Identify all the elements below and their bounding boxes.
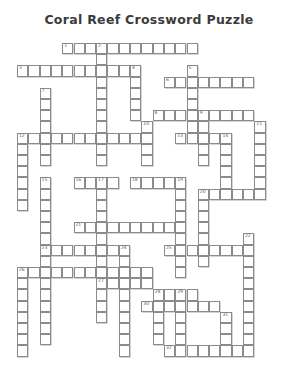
crossword-cell[interactable] bbox=[17, 278, 28, 289]
crossword-cell[interactable] bbox=[40, 144, 51, 155]
clue-number: 26 bbox=[19, 268, 25, 273]
crossword-cell[interactable] bbox=[198, 200, 209, 211]
crossword-cell[interactable] bbox=[62, 245, 73, 256]
crossword-cell[interactable] bbox=[187, 99, 198, 110]
clue-number: 4 bbox=[132, 66, 135, 71]
crossword-cell[interactable] bbox=[164, 301, 175, 312]
crossword-cell[interactable]: 11 bbox=[254, 121, 265, 132]
crossword-cell[interactable] bbox=[243, 189, 254, 200]
crossword-cell[interactable] bbox=[198, 245, 209, 256]
crossword-cell[interactable] bbox=[96, 110, 107, 121]
crossword-cell[interactable] bbox=[17, 166, 28, 177]
crossword-cell[interactable] bbox=[107, 43, 118, 54]
crossword-cell[interactable] bbox=[40, 289, 51, 300]
crossword-cell[interactable] bbox=[119, 222, 130, 233]
crossword-cell[interactable] bbox=[198, 155, 209, 166]
crossword-cell[interactable]: 12 bbox=[17, 133, 28, 144]
clue-number: 14 bbox=[222, 134, 228, 139]
crossword-cell[interactable] bbox=[40, 200, 51, 211]
crossword-cell[interactable] bbox=[198, 301, 209, 312]
crossword-cell[interactable] bbox=[96, 200, 107, 211]
crossword-cell[interactable] bbox=[17, 345, 28, 356]
crossword-cell[interactable] bbox=[119, 334, 130, 345]
crossword-cell[interactable] bbox=[220, 177, 231, 188]
crossword-cell[interactable] bbox=[187, 43, 198, 54]
crossword-cell[interactable] bbox=[153, 177, 164, 188]
crossword-cell[interactable] bbox=[209, 77, 220, 88]
crossword-cell[interactable] bbox=[141, 267, 152, 278]
crossword-cell[interactable] bbox=[220, 110, 231, 121]
crossword-cell[interactable] bbox=[17, 323, 28, 334]
clue-number: 20 bbox=[200, 190, 206, 195]
crossword-cell[interactable] bbox=[17, 289, 28, 300]
crossword-cell[interactable] bbox=[107, 65, 118, 76]
crossword-cell[interactable] bbox=[232, 110, 243, 121]
crossword-cell[interactable]: 15 bbox=[40, 177, 51, 188]
clue-number: 30 bbox=[143, 302, 149, 307]
crossword-cell[interactable] bbox=[141, 222, 152, 233]
crossword-cell[interactable]: 25 bbox=[164, 245, 175, 256]
crossword-cell[interactable]: 26 bbox=[17, 267, 28, 278]
crossword-cell[interactable] bbox=[96, 289, 107, 300]
crossword-cell[interactable]: 7 bbox=[40, 88, 51, 99]
crossword-cell[interactable] bbox=[96, 301, 107, 312]
crossword-cell[interactable] bbox=[119, 345, 130, 356]
crossword-cell[interactable]: 5 bbox=[187, 65, 198, 76]
crossword-cell[interactable] bbox=[96, 189, 107, 200]
crossword-cell[interactable] bbox=[187, 345, 198, 356]
crossword-cell[interactable] bbox=[40, 189, 51, 200]
crossword-cell[interactable] bbox=[209, 133, 220, 144]
crossword-cell[interactable] bbox=[209, 189, 220, 200]
crossword-cell[interactable]: 21 bbox=[74, 222, 85, 233]
crossword-cell[interactable] bbox=[119, 133, 130, 144]
clue-number: 10 bbox=[143, 122, 149, 127]
crossword-cell[interactable] bbox=[254, 133, 265, 144]
crossword-cell[interactable] bbox=[220, 345, 231, 356]
crossword-cell[interactable] bbox=[243, 289, 254, 300]
crossword-cell[interactable] bbox=[62, 267, 73, 278]
crossword-cell[interactable] bbox=[220, 245, 231, 256]
crossword-cell[interactable] bbox=[220, 77, 231, 88]
crossword-cell[interactable]: 32 bbox=[164, 345, 175, 356]
crossword-cell[interactable] bbox=[85, 267, 96, 278]
crossword-cell[interactable] bbox=[243, 245, 254, 256]
crossword-cell[interactable] bbox=[232, 245, 243, 256]
clue-number: 9 bbox=[200, 111, 203, 116]
clue-number: 1 bbox=[64, 44, 67, 49]
crossword-cell[interactable] bbox=[107, 278, 118, 289]
crossword-cell[interactable] bbox=[51, 267, 62, 278]
crossword-cell[interactable] bbox=[96, 256, 107, 267]
crossword-cell[interactable]: 6 bbox=[164, 77, 175, 88]
crossword-cell[interactable] bbox=[187, 121, 198, 132]
crossword-cell[interactable] bbox=[28, 133, 39, 144]
crossword-cell[interactable]: 19 bbox=[175, 177, 186, 188]
crossword-cell[interactable] bbox=[119, 312, 130, 323]
crossword-cell[interactable] bbox=[51, 65, 62, 76]
crossword-cell[interactable] bbox=[17, 189, 28, 200]
crossword-cell[interactable] bbox=[243, 110, 254, 121]
crossword-cell[interactable] bbox=[198, 144, 209, 155]
crossword-cell[interactable] bbox=[62, 65, 73, 76]
crossword-cell[interactable] bbox=[96, 211, 107, 222]
clue-number: 3 bbox=[19, 66, 22, 71]
crossword-cell[interactable] bbox=[164, 43, 175, 54]
crossword-cell[interactable]: 28 bbox=[153, 289, 164, 300]
crossword-cell[interactable] bbox=[209, 245, 220, 256]
crossword-cell[interactable] bbox=[40, 155, 51, 166]
crossword-cell[interactable] bbox=[96, 233, 107, 244]
crossword-cell[interactable]: 24 bbox=[119, 245, 130, 256]
crossword-cell[interactable] bbox=[175, 222, 186, 233]
crossword-cell[interactable] bbox=[175, 43, 186, 54]
crossword-cell[interactable] bbox=[220, 323, 231, 334]
crossword-cell[interactable] bbox=[243, 77, 254, 88]
crossword-cell[interactable] bbox=[119, 65, 130, 76]
crossword-cell[interactable] bbox=[198, 133, 209, 144]
crossword-cell[interactable] bbox=[187, 245, 198, 256]
crossword-cell[interactable] bbox=[187, 77, 198, 88]
crossword-cell[interactable] bbox=[96, 222, 107, 233]
crossword-cell[interactable]: 22 bbox=[243, 233, 254, 244]
crossword-cell[interactable]: 4 bbox=[130, 65, 141, 76]
crossword-cell[interactable] bbox=[153, 43, 164, 54]
clue-number: 21 bbox=[76, 223, 82, 228]
crossword-cell[interactable] bbox=[243, 312, 254, 323]
crossword-cell[interactable] bbox=[17, 155, 28, 166]
crossword-cell[interactable] bbox=[175, 323, 186, 334]
crossword-cell[interactable] bbox=[175, 312, 186, 323]
crossword-cell[interactable] bbox=[130, 133, 141, 144]
crossword-cell[interactable] bbox=[198, 77, 209, 88]
crossword-cell[interactable] bbox=[28, 65, 39, 76]
crossword-cell[interactable] bbox=[164, 222, 175, 233]
crossword-cell[interactable] bbox=[175, 267, 186, 278]
crossword-cell[interactable] bbox=[40, 334, 51, 345]
crossword-cell[interactable] bbox=[96, 144, 107, 155]
crossword-cell[interactable] bbox=[17, 312, 28, 323]
crossword-cell[interactable]: 16 bbox=[74, 177, 85, 188]
crossword-cell[interactable] bbox=[141, 133, 152, 144]
clue-number: 27 bbox=[98, 279, 104, 284]
crossword-cell[interactable] bbox=[40, 121, 51, 132]
crossword-cell[interactable]: 18 bbox=[130, 177, 141, 188]
crossword-cell[interactable] bbox=[107, 133, 118, 144]
crossword-cell[interactable] bbox=[40, 110, 51, 121]
crossword-cell[interactable] bbox=[107, 222, 118, 233]
crossword-cell[interactable] bbox=[85, 133, 96, 144]
crossword-cell[interactable] bbox=[243, 323, 254, 334]
crossword-cell[interactable] bbox=[17, 177, 28, 188]
crossword-cell[interactable] bbox=[153, 334, 164, 345]
clue-number: 28 bbox=[155, 290, 161, 295]
crossword-cell[interactable] bbox=[130, 278, 141, 289]
crossword-cell[interactable] bbox=[175, 110, 186, 121]
crossword-cell[interactable] bbox=[175, 200, 186, 211]
crossword-cell[interactable] bbox=[175, 256, 186, 267]
crossword-cell[interactable] bbox=[232, 345, 243, 356]
crossword-cell[interactable] bbox=[164, 289, 175, 300]
crossword-cell[interactable] bbox=[130, 267, 141, 278]
crossword-cell[interactable] bbox=[130, 99, 141, 110]
crossword-cell[interactable]: 27 bbox=[96, 278, 107, 289]
crossword-cell[interactable] bbox=[40, 233, 51, 244]
crossword-cell[interactable] bbox=[187, 301, 198, 312]
crossword-cell[interactable] bbox=[209, 345, 220, 356]
crossword-cell[interactable] bbox=[96, 245, 107, 256]
crossword-cell[interactable] bbox=[96, 121, 107, 132]
crossword-cell[interactable] bbox=[28, 267, 39, 278]
crossword-cell[interactable] bbox=[198, 345, 209, 356]
clue-number: 13 bbox=[177, 134, 183, 139]
crossword-cell[interactable] bbox=[198, 222, 209, 233]
crossword-grid: 1234567891011121314151617181920212223242… bbox=[17, 43, 298, 357]
crossword-cell[interactable] bbox=[96, 54, 107, 65]
crossword-cell[interactable] bbox=[209, 110, 220, 121]
clue-number: 23 bbox=[42, 246, 48, 251]
crossword-cell[interactable] bbox=[51, 133, 62, 144]
clue-number: 29 bbox=[177, 290, 183, 295]
crossword-cell[interactable] bbox=[164, 110, 175, 121]
crossword-cell[interactable] bbox=[232, 189, 243, 200]
crossword-cell[interactable] bbox=[96, 312, 107, 323]
crossword-cell[interactable] bbox=[141, 144, 152, 155]
crossword-cell[interactable] bbox=[232, 77, 243, 88]
crossword-cell[interactable] bbox=[198, 256, 209, 267]
crossword-cell[interactable] bbox=[119, 256, 130, 267]
crossword-cell[interactable] bbox=[243, 278, 254, 289]
crossword-cell[interactable] bbox=[243, 267, 254, 278]
crossword-cell[interactable] bbox=[74, 133, 85, 144]
crossword-cell[interactable] bbox=[243, 301, 254, 312]
clue-number: 24 bbox=[121, 246, 127, 251]
crossword-cell[interactable] bbox=[119, 301, 130, 312]
crossword-cell[interactable] bbox=[96, 155, 107, 166]
crossword-cell[interactable] bbox=[220, 189, 231, 200]
crossword-cell[interactable] bbox=[130, 88, 141, 99]
clue-number: 22 bbox=[245, 234, 251, 239]
clue-number: 19 bbox=[177, 178, 183, 183]
crossword-cell[interactable]: 13 bbox=[175, 133, 186, 144]
crossword-cell[interactable] bbox=[254, 189, 265, 200]
crossword-cell[interactable] bbox=[130, 77, 141, 88]
crossword-cell[interactable]: 30 bbox=[141, 301, 152, 312]
crossword-cell[interactable]: 10 bbox=[141, 121, 152, 132]
crossword-cell[interactable] bbox=[209, 301, 220, 312]
crossword-cell[interactable] bbox=[175, 345, 186, 356]
crossword-cell[interactable] bbox=[85, 177, 96, 188]
crossword-cell[interactable] bbox=[164, 177, 175, 188]
crossword-cell[interactable] bbox=[40, 278, 51, 289]
crossword-cell[interactable] bbox=[130, 110, 141, 121]
crossword-cell[interactable] bbox=[40, 301, 51, 312]
crossword-cell[interactable] bbox=[96, 65, 107, 76]
clue-number: 7 bbox=[42, 89, 45, 94]
crossword-cell[interactable] bbox=[198, 121, 209, 132]
crossword-cell[interactable] bbox=[141, 155, 152, 166]
crossword-cell[interactable] bbox=[187, 110, 198, 121]
crossword-cell[interactable] bbox=[74, 267, 85, 278]
crossword-cell[interactable] bbox=[175, 233, 186, 244]
crossword-cell[interactable] bbox=[243, 334, 254, 345]
clue-number: 6 bbox=[166, 78, 169, 83]
crossword-cell[interactable] bbox=[220, 155, 231, 166]
crossword-cell[interactable] bbox=[198, 233, 209, 244]
clue-number: 15 bbox=[42, 178, 48, 183]
crossword-cell[interactable]: 14 bbox=[220, 133, 231, 144]
crossword-cell[interactable]: 2 bbox=[96, 43, 107, 54]
clue-number: 17 bbox=[98, 178, 104, 183]
clue-number: 5 bbox=[189, 66, 192, 71]
crossword-cell[interactable] bbox=[153, 222, 164, 233]
crossword-cell[interactable] bbox=[175, 245, 186, 256]
crossword-cell[interactable] bbox=[85, 43, 96, 54]
crossword-cell[interactable] bbox=[17, 200, 28, 211]
crossword-cell[interactable] bbox=[40, 323, 51, 334]
crossword-cell[interactable] bbox=[107, 245, 118, 256]
clue-number: 12 bbox=[19, 134, 25, 139]
crossword-cell[interactable] bbox=[153, 301, 164, 312]
crossword-cell[interactable]: 23 bbox=[40, 245, 51, 256]
crossword-cell[interactable] bbox=[175, 211, 186, 222]
crossword-cell[interactable] bbox=[130, 222, 141, 233]
crossword-cell[interactable] bbox=[96, 133, 107, 144]
crossword-cell[interactable] bbox=[17, 144, 28, 155]
crossword-cell[interactable] bbox=[107, 267, 118, 278]
crossword-cell[interactable]: 17 bbox=[96, 177, 107, 188]
crossword-cell[interactable] bbox=[74, 245, 85, 256]
crossword-cell[interactable] bbox=[175, 189, 186, 200]
crossword-cell[interactable] bbox=[119, 289, 130, 300]
crossword-cell[interactable] bbox=[187, 289, 198, 300]
clue-number: 32 bbox=[166, 346, 172, 351]
crossword-cell[interactable] bbox=[243, 345, 254, 356]
crossword-cell[interactable] bbox=[85, 65, 96, 76]
crossword-cell[interactable] bbox=[130, 43, 141, 54]
clue-number: 31 bbox=[222, 313, 228, 318]
puzzle-title: Coral Reef Crossword Puzzle bbox=[0, 12, 298, 27]
crossword-cell[interactable] bbox=[85, 245, 96, 256]
crossword-cell[interactable] bbox=[254, 166, 265, 177]
crossword-cell[interactable] bbox=[175, 334, 186, 345]
crossword-cell[interactable] bbox=[254, 144, 265, 155]
clue-number: 2 bbox=[98, 44, 101, 49]
clue-number: 16 bbox=[76, 178, 82, 183]
crossword-cell[interactable] bbox=[40, 99, 51, 110]
crossword-cell[interactable] bbox=[40, 267, 51, 278]
crossword-cell[interactable] bbox=[187, 133, 198, 144]
clue-number: 11 bbox=[256, 122, 262, 127]
crossword-cell[interactable] bbox=[40, 256, 51, 267]
clue-number: 25 bbox=[166, 246, 172, 251]
crossword-cell[interactable] bbox=[220, 144, 231, 155]
crossword-cell[interactable] bbox=[74, 65, 85, 76]
crossword-cell[interactable]: 29 bbox=[175, 289, 186, 300]
crossword-cell[interactable] bbox=[96, 267, 107, 278]
crossword-cell[interactable] bbox=[85, 222, 96, 233]
crossword-cell[interactable]: 8 bbox=[153, 110, 164, 121]
crossword-cell[interactable] bbox=[40, 211, 51, 222]
crossword-cell[interactable] bbox=[62, 133, 73, 144]
crossword-cell[interactable] bbox=[254, 155, 265, 166]
crossword-cell[interactable] bbox=[198, 211, 209, 222]
crossword-cell[interactable] bbox=[40, 312, 51, 323]
crossword-cell[interactable] bbox=[40, 65, 51, 76]
crossword-cell[interactable] bbox=[107, 177, 118, 188]
clue-number: 18 bbox=[132, 178, 138, 183]
crossword-cell[interactable]: 20 bbox=[198, 189, 209, 200]
crossword-cell[interactable]: 3 bbox=[17, 65, 28, 76]
crossword-cell[interactable] bbox=[96, 88, 107, 99]
crossword-cell[interactable] bbox=[40, 133, 51, 144]
crossword-cell[interactable] bbox=[220, 166, 231, 177]
crossword-cell[interactable] bbox=[96, 99, 107, 110]
crossword-page: Coral Reef Crossword Puzzle 123456789101… bbox=[0, 0, 298, 386]
crossword-cell[interactable] bbox=[96, 77, 107, 88]
crossword-cell[interactable] bbox=[119, 267, 130, 278]
crossword-cell[interactable]: 31 bbox=[220, 312, 231, 323]
crossword-cell[interactable] bbox=[119, 323, 130, 334]
crossword-cell[interactable] bbox=[187, 88, 198, 99]
crossword-cell[interactable] bbox=[141, 278, 152, 289]
crossword-cell[interactable] bbox=[51, 245, 62, 256]
crossword-cell[interactable] bbox=[141, 43, 152, 54]
crossword-cell[interactable] bbox=[17, 334, 28, 345]
crossword-cell[interactable]: 1 bbox=[62, 43, 73, 54]
crossword-cell[interactable] bbox=[74, 43, 85, 54]
crossword-cell[interactable] bbox=[254, 177, 265, 188]
crossword-cell[interactable] bbox=[141, 177, 152, 188]
crossword-cell[interactable] bbox=[243, 256, 254, 267]
crossword-cell[interactable] bbox=[220, 334, 231, 345]
crossword-cell[interactable] bbox=[175, 77, 186, 88]
crossword-cell[interactable] bbox=[119, 43, 130, 54]
crossword-cell[interactable] bbox=[153, 312, 164, 323]
crossword-cell[interactable] bbox=[17, 301, 28, 312]
crossword-cell[interactable] bbox=[119, 278, 130, 289]
crossword-cell[interactable]: 9 bbox=[198, 110, 209, 121]
crossword-cell[interactable] bbox=[153, 323, 164, 334]
clue-number: 8 bbox=[155, 111, 158, 116]
crossword-cell[interactable] bbox=[40, 222, 51, 233]
crossword-cell[interactable] bbox=[175, 301, 186, 312]
